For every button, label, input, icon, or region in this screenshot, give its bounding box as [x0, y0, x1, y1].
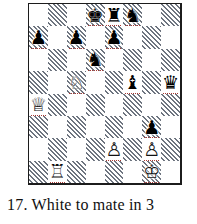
square-a6	[29, 49, 48, 71]
square-f2	[123, 138, 142, 160]
square-g3: ♟	[142, 116, 161, 138]
square-a7: ♟	[29, 26, 48, 48]
square-c7: ♟	[67, 26, 86, 48]
square-g2: ♙	[142, 138, 161, 160]
square-a8	[29, 4, 48, 26]
piece-baseline-artifact	[88, 25, 103, 26]
square-d3	[86, 116, 105, 138]
square-f3	[123, 116, 142, 138]
square-e4	[105, 94, 124, 116]
square-d2	[86, 138, 105, 160]
square-a3	[29, 116, 48, 138]
square-a2	[29, 138, 48, 160]
piece-black-pawn-e7: ♟	[105, 28, 122, 47]
piece-black-queen-h5: ♛	[162, 73, 179, 92]
square-h5: ♛	[161, 71, 180, 93]
piece-black-pawn-g3: ♟	[143, 118, 160, 137]
square-e8: ♜	[105, 4, 124, 26]
square-c6	[67, 49, 86, 71]
piece-black-knight-d6: ♞	[87, 50, 104, 69]
piece-baseline-artifact	[125, 93, 140, 94]
square-f8: ♞	[123, 4, 142, 26]
square-e3	[105, 116, 124, 138]
square-d6: ♞	[86, 49, 105, 71]
square-f5: ♝	[123, 71, 142, 93]
piece-black-rook-e8: ♜	[105, 6, 122, 25]
piece-baseline-artifact	[69, 48, 84, 49]
square-g5	[142, 71, 161, 93]
piece-baseline-artifact	[31, 48, 46, 49]
piece-baseline-artifact	[50, 182, 65, 183]
square-b4	[48, 94, 67, 116]
square-a1	[29, 161, 48, 183]
square-h8	[161, 4, 180, 26]
piece-baseline-artifact	[144, 137, 159, 138]
square-b3	[48, 116, 67, 138]
piece-white-knight-c5: ♘	[68, 73, 85, 92]
square-h3	[161, 116, 180, 138]
square-d1	[86, 161, 105, 183]
square-h7	[161, 26, 180, 48]
piece-black-king-d8: ♚	[87, 6, 104, 25]
square-f1	[123, 161, 142, 183]
piece-black-knight-f8: ♞	[124, 6, 141, 25]
square-f7	[123, 26, 142, 48]
square-e1	[105, 161, 124, 183]
puzzle-caption: 17. White to mate in 3	[7, 196, 192, 214]
square-d4	[86, 94, 105, 116]
square-c5: ♘	[67, 71, 86, 93]
piece-baseline-artifact	[31, 115, 46, 116]
square-g1: ♔	[142, 161, 161, 183]
square-c8	[67, 4, 86, 26]
square-a5	[29, 71, 48, 93]
square-e5	[105, 71, 124, 93]
square-e2: ♙	[105, 138, 124, 160]
square-h6	[161, 49, 180, 71]
square-e7: ♟	[105, 26, 124, 48]
square-a4: ♕	[29, 94, 48, 116]
piece-black-bishop-f5: ♝	[124, 73, 141, 92]
piece-black-pawn-c7: ♟	[68, 28, 85, 47]
square-h4	[161, 94, 180, 116]
chess-diagram-frame: ♚♜♞♟♟♟♞♘♝♛♕♟♙♙♖♔	[28, 3, 182, 185]
piece-baseline-artifact	[144, 182, 159, 183]
piece-baseline-artifact	[106, 48, 121, 49]
chess-board: ♚♜♞♟♟♟♞♘♝♛♕♟♙♙♖♔	[29, 4, 180, 183]
square-b1: ♖	[48, 161, 67, 183]
square-b6	[48, 49, 67, 71]
square-f6	[123, 49, 142, 71]
piece-white-rook-b1: ♖	[49, 162, 66, 181]
square-e6	[105, 49, 124, 71]
square-d8: ♚	[86, 4, 105, 26]
square-b2	[48, 138, 67, 160]
piece-baseline-artifact	[125, 25, 140, 26]
piece-baseline-artifact	[144, 160, 159, 161]
piece-baseline-artifact	[106, 25, 121, 26]
square-c3	[67, 116, 86, 138]
piece-white-queen-a4: ♕	[30, 95, 47, 114]
piece-baseline-artifact	[163, 93, 178, 94]
square-f4	[123, 94, 142, 116]
piece-baseline-artifact	[88, 70, 103, 71]
piece-white-king-g1: ♔	[143, 162, 160, 181]
square-h2	[161, 138, 180, 160]
square-b5	[48, 71, 67, 93]
square-c4	[67, 94, 86, 116]
square-b7	[48, 26, 67, 48]
square-h1	[161, 161, 180, 183]
square-c2	[67, 138, 86, 160]
square-d5	[86, 71, 105, 93]
square-g6	[142, 49, 161, 71]
square-b8	[48, 4, 67, 26]
piece-white-pawn-g2: ♙	[143, 140, 160, 159]
square-d7	[86, 26, 105, 48]
piece-black-pawn-a7: ♟	[30, 28, 47, 47]
piece-white-pawn-e2: ♙	[105, 140, 122, 159]
piece-baseline-artifact	[69, 93, 84, 94]
square-g4	[142, 94, 161, 116]
square-g7	[142, 26, 161, 48]
square-c1	[67, 161, 86, 183]
piece-baseline-artifact	[106, 160, 121, 161]
square-g8	[142, 4, 161, 26]
